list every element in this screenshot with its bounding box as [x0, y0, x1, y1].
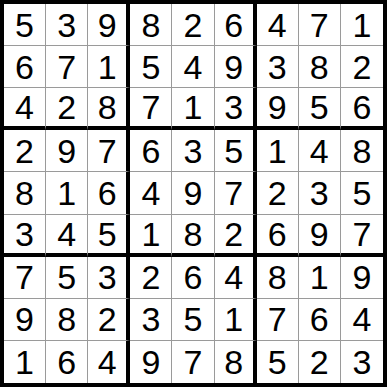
cell-r9c3[interactable]: 4: [88, 341, 130, 383]
cell-r4c3[interactable]: 7: [88, 130, 130, 172]
cell-r5c4[interactable]: 4: [130, 172, 172, 214]
cell-r8c8[interactable]: 6: [299, 299, 341, 341]
cell-r3c7[interactable]: 9: [257, 88, 299, 130]
cell-r6c9[interactable]: 7: [341, 215, 383, 257]
cell-r1c8[interactable]: 7: [299, 4, 341, 46]
cell-r8c9[interactable]: 4: [341, 299, 383, 341]
cell-r1c3[interactable]: 9: [88, 4, 130, 46]
cell-r4c7[interactable]: 1: [257, 130, 299, 172]
cell-r1c5[interactable]: 2: [172, 4, 214, 46]
cell-r7c3[interactable]: 3: [88, 257, 130, 299]
cell-r4c8[interactable]: 4: [299, 130, 341, 172]
cell-r5c8[interactable]: 3: [299, 172, 341, 214]
cell-r3c8[interactable]: 5: [299, 88, 341, 130]
cell-r5c3[interactable]: 6: [88, 172, 130, 214]
cell-r3c2[interactable]: 2: [46, 88, 88, 130]
cell-r3c1[interactable]: 4: [4, 88, 46, 130]
cell-r7c6[interactable]: 4: [215, 257, 257, 299]
cell-r2c7[interactable]: 3: [257, 46, 299, 88]
cell-r3c3[interactable]: 8: [88, 88, 130, 130]
cell-r9c1[interactable]: 1: [4, 341, 46, 383]
cell-r6c4[interactable]: 1: [130, 215, 172, 257]
cell-r6c3[interactable]: 5: [88, 215, 130, 257]
cell-r5c1[interactable]: 8: [4, 172, 46, 214]
cell-r7c8[interactable]: 1: [299, 257, 341, 299]
sudoku-board: 5398264716715493824287139562976351488164…: [0, 0, 387, 387]
cell-r7c5[interactable]: 6: [172, 257, 214, 299]
cell-r4c6[interactable]: 5: [215, 130, 257, 172]
cell-r9c4[interactable]: 9: [130, 341, 172, 383]
cell-r6c1[interactable]: 3: [4, 215, 46, 257]
cell-r9c2[interactable]: 6: [46, 341, 88, 383]
cell-r2c6[interactable]: 9: [215, 46, 257, 88]
cell-r7c1[interactable]: 7: [4, 257, 46, 299]
cell-r5c5[interactable]: 9: [172, 172, 214, 214]
cell-r2c9[interactable]: 2: [341, 46, 383, 88]
cell-r6c5[interactable]: 8: [172, 215, 214, 257]
cell-r4c1[interactable]: 2: [4, 130, 46, 172]
cell-r1c4[interactable]: 8: [130, 4, 172, 46]
cell-r4c4[interactable]: 6: [130, 130, 172, 172]
cell-r7c7[interactable]: 8: [257, 257, 299, 299]
cell-r2c1[interactable]: 6: [4, 46, 46, 88]
cell-r4c9[interactable]: 8: [341, 130, 383, 172]
cell-r6c7[interactable]: 6: [257, 215, 299, 257]
cell-r8c6[interactable]: 1: [215, 299, 257, 341]
cell-r4c2[interactable]: 9: [46, 130, 88, 172]
cell-r5c9[interactable]: 5: [341, 172, 383, 214]
cell-r9c6[interactable]: 8: [215, 341, 257, 383]
cell-r2c5[interactable]: 4: [172, 46, 214, 88]
cell-r4c5[interactable]: 3: [172, 130, 214, 172]
cell-r9c7[interactable]: 5: [257, 341, 299, 383]
cell-r5c7[interactable]: 2: [257, 172, 299, 214]
cell-r8c2[interactable]: 8: [46, 299, 88, 341]
cell-r2c4[interactable]: 5: [130, 46, 172, 88]
cell-r7c4[interactable]: 2: [130, 257, 172, 299]
cell-r6c6[interactable]: 2: [215, 215, 257, 257]
cell-r8c3[interactable]: 2: [88, 299, 130, 341]
cell-r1c9[interactable]: 1: [341, 4, 383, 46]
cell-r9c8[interactable]: 2: [299, 341, 341, 383]
cell-r8c4[interactable]: 3: [130, 299, 172, 341]
cell-r6c2[interactable]: 4: [46, 215, 88, 257]
cell-r1c7[interactable]: 4: [257, 4, 299, 46]
cell-r3c9[interactable]: 6: [341, 88, 383, 130]
cell-r9c5[interactable]: 7: [172, 341, 214, 383]
cell-r8c1[interactable]: 9: [4, 299, 46, 341]
cell-r3c4[interactable]: 7: [130, 88, 172, 130]
cell-r5c6[interactable]: 7: [215, 172, 257, 214]
cell-r6c8[interactable]: 9: [299, 215, 341, 257]
cell-r7c9[interactable]: 9: [341, 257, 383, 299]
cell-r1c6[interactable]: 6: [215, 4, 257, 46]
cell-r8c7[interactable]: 7: [257, 299, 299, 341]
cell-r2c8[interactable]: 8: [299, 46, 341, 88]
cell-r3c6[interactable]: 3: [215, 88, 257, 130]
cell-r8c5[interactable]: 5: [172, 299, 214, 341]
cell-r2c3[interactable]: 1: [88, 46, 130, 88]
cell-r3c5[interactable]: 1: [172, 88, 214, 130]
sudoku-grid: 5398264716715493824287139562976351488164…: [0, 0, 387, 387]
cell-r9c9[interactable]: 3: [341, 341, 383, 383]
cell-r1c1[interactable]: 5: [4, 4, 46, 46]
cell-r1c2[interactable]: 3: [46, 4, 88, 46]
cell-r7c2[interactable]: 5: [46, 257, 88, 299]
cell-r2c2[interactable]: 7: [46, 46, 88, 88]
cell-r5c2[interactable]: 1: [46, 172, 88, 214]
